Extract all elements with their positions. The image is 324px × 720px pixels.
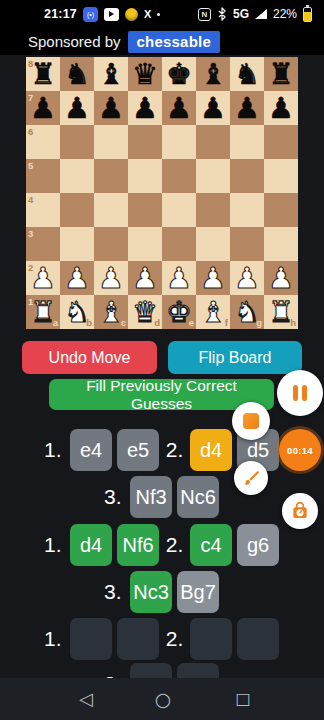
- white-piece-p-e2: ♟: [162, 261, 196, 295]
- square-g7[interactable]: ♟: [230, 91, 264, 125]
- square-h1[interactable]: h♜: [264, 295, 298, 329]
- status-right: N 5G 22%: [198, 7, 312, 22]
- black-piece-n-b8: ♞: [60, 57, 94, 91]
- white-piece-p-g2: ♟: [230, 261, 264, 295]
- move-chip-Bg7[interactable]: Bg7: [177, 571, 219, 613]
- signal-strength-icon: [255, 9, 267, 19]
- square-d2[interactable]: ♟: [128, 261, 162, 295]
- square-b5[interactable]: [60, 159, 94, 193]
- move-number-label: 2.: [164, 438, 185, 462]
- black-piece-b-f8: ♝: [196, 57, 230, 91]
- square-h6[interactable]: [264, 125, 298, 159]
- timer-badge[interactable]: 00:14: [279, 429, 321, 471]
- black-piece-p-c7: ♟: [94, 91, 128, 125]
- square-h5[interactable]: [264, 159, 298, 193]
- x-app-icon: X: [144, 8, 151, 20]
- youtube-icon: [104, 8, 119, 21]
- rank-label-4: 4: [28, 195, 33, 205]
- white-piece-q-d1: ♛: [128, 295, 162, 329]
- square-c5[interactable]: [94, 159, 128, 193]
- back-icon[interactable]: ◁: [76, 678, 96, 720]
- stop-icon: [243, 413, 259, 429]
- square-g3[interactable]: [230, 227, 264, 261]
- nfc-icon: N: [198, 8, 211, 21]
- square-b8[interactable]: ♞: [60, 57, 94, 91]
- notification-overflow-dot: [157, 13, 160, 16]
- square-a3[interactable]: 3: [26, 227, 60, 261]
- square-b1[interactable]: b♞: [60, 295, 94, 329]
- square-f2[interactable]: ♟: [196, 261, 230, 295]
- square-g1[interactable]: g♞: [230, 295, 264, 329]
- square-e8[interactable]: ♚: [162, 57, 196, 91]
- square-a5[interactable]: 5: [26, 159, 60, 193]
- square-e3[interactable]: [162, 227, 196, 261]
- square-h7[interactable]: ♟: [264, 91, 298, 125]
- black-piece-p-f7: ♟: [196, 91, 230, 125]
- white-piece-r-a1: ♜: [26, 295, 60, 329]
- status-left: 21:17 (•) X: [44, 7, 160, 22]
- black-piece-n-g8: ♞: [230, 57, 264, 91]
- black-piece-p-b7: ♟: [60, 91, 94, 125]
- chess-board[interactable]: 8♜♞♝♛♚♝♞♜7♟♟♟♟♟♟♟♟65432♟♟♟♟♟♟♟♟1a♜b♞c♝d♛…: [26, 57, 298, 329]
- move-chip-Nc3[interactable]: Nc3: [130, 571, 172, 613]
- square-e1[interactable]: e♚: [162, 295, 196, 329]
- white-piece-b-c1: ♝: [94, 295, 128, 329]
- square-c1[interactable]: c♝: [94, 295, 128, 329]
- move-chip-empty[interactable]: [237, 618, 279, 660]
- move-chip-Nf6[interactable]: Nf6: [117, 524, 159, 566]
- square-a1[interactable]: 1a♜: [26, 295, 60, 329]
- app-screen: 21:17 (•) X N 5G 22% Sponsored by chessa…: [0, 0, 324, 720]
- square-f7[interactable]: ♟: [196, 91, 230, 125]
- square-f6[interactable]: [196, 125, 230, 159]
- square-f5[interactable]: [196, 159, 230, 193]
- square-d6[interactable]: [128, 125, 162, 159]
- white-piece-b-f1: ♝: [196, 295, 230, 329]
- square-d3[interactable]: [128, 227, 162, 261]
- square-h2[interactable]: ♟: [264, 261, 298, 295]
- undo-move-button[interactable]: Undo Move: [22, 341, 157, 374]
- pause-button[interactable]: [277, 370, 323, 416]
- bluetooth-icon: [217, 7, 227, 21]
- square-c3[interactable]: [94, 227, 128, 261]
- rank-label-5: 5: [28, 161, 33, 171]
- brush-button[interactable]: [234, 461, 268, 495]
- square-c8[interactable]: ♝: [94, 57, 128, 91]
- move-chip-e5[interactable]: e5: [117, 429, 159, 471]
- white-piece-n-g1: ♞: [230, 295, 264, 329]
- move-chip-empty[interactable]: [70, 618, 112, 660]
- square-e2[interactable]: ♟: [162, 261, 196, 295]
- square-c6[interactable]: [94, 125, 128, 159]
- paintbrush-icon: [242, 469, 261, 488]
- move-row-2: 3.Nf3Nc6: [104, 476, 219, 518]
- move-row-5: 1.2.: [44, 618, 279, 660]
- square-h4[interactable]: [264, 193, 298, 227]
- timer-text: 00:14: [287, 445, 313, 456]
- black-piece-p-d7: ♟: [128, 91, 162, 125]
- white-piece-p-f2: ♟: [196, 261, 230, 295]
- battery-percent-text: 22%: [273, 7, 297, 21]
- square-b6[interactable]: [60, 125, 94, 159]
- square-a8[interactable]: 8♜: [26, 57, 60, 91]
- square-e7[interactable]: ♟: [162, 91, 196, 125]
- black-piece-r-h8: ♜: [264, 57, 298, 91]
- sponsor-banner: Sponsored by chessable: [0, 28, 324, 55]
- square-g8[interactable]: ♞: [230, 57, 264, 91]
- sponsor-prefix-text: Sponsored by: [28, 33, 121, 50]
- coin-app-icon: [125, 8, 138, 21]
- square-e6[interactable]: [162, 125, 196, 159]
- move-chip-g6[interactable]: g6: [237, 524, 279, 566]
- rank-label-6: 6: [28, 127, 33, 137]
- move-number-label: 1.: [44, 438, 65, 462]
- white-piece-p-h2: ♟: [264, 261, 298, 295]
- flip-board-button[interactable]: Flip Board: [168, 341, 302, 374]
- square-b7[interactable]: ♟: [60, 91, 94, 125]
- white-piece-k-e1: ♚: [162, 295, 196, 329]
- square-c4[interactable]: [94, 193, 128, 227]
- move-number-label: 1.: [44, 627, 65, 651]
- square-d1[interactable]: d♛: [128, 295, 162, 329]
- square-e4[interactable]: [162, 193, 196, 227]
- clock-text: 21:17: [44, 7, 77, 21]
- square-d7[interactable]: ♟: [128, 91, 162, 125]
- black-piece-p-h7: ♟: [264, 91, 298, 125]
- hotspot-icon: (•): [83, 7, 98, 22]
- move-number-label: 1.: [44, 533, 65, 557]
- black-piece-k-e8: ♚: [162, 57, 196, 91]
- black-piece-p-a7: ♟: [26, 91, 60, 125]
- white-piece-p-b2: ♟: [60, 261, 94, 295]
- move-number-label: 3.: [104, 580, 125, 604]
- stop-button[interactable]: [232, 402, 270, 440]
- square-a6[interactable]: 6: [26, 125, 60, 159]
- move-row-3: 1.d4Nf62.c4g6: [44, 524, 279, 566]
- black-piece-r-a8: ♜: [26, 57, 60, 91]
- square-a2[interactable]: 2♟: [26, 261, 60, 295]
- move-number-label: 3.: [104, 485, 125, 509]
- square-g4[interactable]: [230, 193, 264, 227]
- move-chip-Nf3[interactable]: Nf3: [130, 476, 172, 518]
- black-piece-q-d8: ♛: [128, 57, 162, 91]
- pause-icon: [293, 385, 298, 401]
- move-chip-d4[interactable]: d4: [190, 429, 232, 471]
- shop-button[interactable]: [282, 493, 318, 529]
- white-piece-r-h1: ♜: [264, 295, 298, 329]
- shop-bag-icon: [290, 501, 310, 521]
- move-row-4: 3.Nc3Bg7: [104, 571, 219, 613]
- battery-icon: [303, 7, 312, 22]
- square-c7[interactable]: ♟: [94, 91, 128, 125]
- square-f8[interactable]: ♝: [196, 57, 230, 91]
- move-chip-c4[interactable]: c4: [190, 524, 232, 566]
- square-e5[interactable]: [162, 159, 196, 193]
- white-piece-p-c2: ♟: [94, 261, 128, 295]
- network-type-text: 5G: [233, 7, 249, 21]
- status-bar: 21:17 (•) X N 5G 22%: [0, 0, 324, 28]
- square-c2[interactable]: ♟: [94, 261, 128, 295]
- rank-label-3: 3: [28, 229, 33, 239]
- white-piece-p-a2: ♟: [26, 261, 60, 295]
- move-chip-Nc6[interactable]: Nc6: [177, 476, 219, 518]
- white-piece-n-b1: ♞: [60, 295, 94, 329]
- square-a4[interactable]: 4: [26, 193, 60, 227]
- move-chip-empty[interactable]: [117, 618, 159, 660]
- white-piece-p-d2: ♟: [128, 261, 162, 295]
- android-nav-bar: ◁ ○ □: [0, 678, 324, 720]
- chessable-brand-link[interactable]: chessable: [128, 31, 220, 53]
- recents-icon[interactable]: □: [233, 678, 253, 720]
- square-h3[interactable]: [264, 227, 298, 261]
- move-chip-e4[interactable]: e4: [70, 429, 112, 471]
- square-d8[interactable]: ♛: [128, 57, 162, 91]
- square-f4[interactable]: [196, 193, 230, 227]
- square-g2[interactable]: ♟: [230, 261, 264, 295]
- move-chip-empty[interactable]: [190, 618, 232, 660]
- square-h8[interactable]: ♜: [264, 57, 298, 91]
- square-b3[interactable]: [60, 227, 94, 261]
- square-b4[interactable]: [60, 193, 94, 227]
- square-g6[interactable]: [230, 125, 264, 159]
- black-piece-p-e7: ♟: [162, 91, 196, 125]
- move-number-label: 2.: [164, 533, 185, 557]
- home-icon[interactable]: ○: [153, 678, 173, 720]
- black-piece-b-c8: ♝: [94, 57, 128, 91]
- square-g5[interactable]: [230, 159, 264, 193]
- square-f1[interactable]: f♝: [196, 295, 230, 329]
- square-a7[interactable]: 7♟: [26, 91, 60, 125]
- move-number-label: 2.: [164, 627, 185, 651]
- square-f3[interactable]: [196, 227, 230, 261]
- black-piece-p-g7: ♟: [230, 91, 264, 125]
- move-chip-d4[interactable]: d4: [70, 524, 112, 566]
- square-d5[interactable]: [128, 159, 162, 193]
- square-d4[interactable]: [128, 193, 162, 227]
- square-b2[interactable]: ♟: [60, 261, 94, 295]
